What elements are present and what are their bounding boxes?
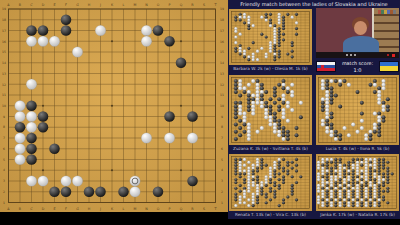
game-label-5: Janka K. 17k (w) - Natalia R. 17k (b)	[315, 212, 400, 218]
stone-w	[277, 133, 281, 137]
match-score-value: 1:0	[336, 67, 379, 73]
stone-b	[234, 18, 237, 21]
stone-b	[360, 184, 363, 187]
stone-b	[386, 178, 389, 181]
stone-w	[325, 115, 329, 119]
stone-w	[365, 172, 368, 175]
stone-b	[252, 204, 255, 207]
stone-w	[373, 192, 376, 195]
stone-w	[238, 104, 242, 108]
stone-w	[317, 195, 320, 198]
stone-w	[330, 178, 333, 181]
stone-b	[369, 169, 372, 172]
stone-b	[352, 169, 355, 172]
svg-text:6: 6	[3, 147, 5, 151]
stone-b	[360, 204, 363, 207]
stone-w	[256, 101, 260, 105]
stone-b	[343, 195, 346, 198]
stone-w	[273, 35, 276, 38]
stone-w	[352, 187, 355, 190]
stone-b	[273, 101, 277, 105]
stone-b	[234, 172, 237, 175]
stone-b	[330, 187, 333, 190]
stone-b	[273, 195, 276, 198]
stone-b	[326, 164, 329, 167]
stone-b	[334, 166, 337, 169]
stone-b	[282, 126, 286, 130]
stone-w	[243, 50, 246, 53]
stone-b	[330, 94, 334, 98]
stone-b	[282, 24, 285, 27]
stone-b	[256, 201, 259, 204]
stone-b	[369, 137, 373, 141]
stone-b	[278, 44, 281, 47]
stone-w	[373, 204, 376, 207]
svg-text:G: G	[76, 207, 79, 211]
stone-w	[251, 101, 255, 105]
stone-w	[269, 172, 272, 175]
stone-w	[321, 184, 324, 187]
stone-b	[326, 204, 329, 207]
stone-b	[282, 38, 285, 41]
stone-w	[273, 30, 276, 33]
stone-b	[273, 50, 276, 53]
stone-b	[321, 198, 324, 201]
stone-w	[330, 201, 333, 204]
stone-b	[252, 169, 255, 172]
stone-w	[26, 36, 37, 47]
stone-w	[256, 58, 259, 61]
stone-w	[373, 166, 376, 169]
stone-b	[343, 169, 346, 172]
stone-b	[334, 158, 337, 161]
stone-b	[234, 169, 237, 172]
svg-text:E: E	[53, 3, 55, 7]
stone-b	[252, 41, 255, 44]
stone-w	[141, 25, 152, 36]
stone-b	[360, 172, 363, 175]
stone-b	[369, 172, 372, 175]
stone-b	[377, 122, 381, 126]
stone-w	[252, 184, 255, 187]
stone-w	[282, 108, 286, 112]
stone-b	[256, 195, 259, 198]
stone-b	[286, 195, 289, 198]
stone-b	[256, 166, 259, 169]
goban-svg	[316, 75, 399, 145]
goban-svg	[229, 154, 312, 211]
mini-board-4	[229, 154, 312, 211]
stone-b	[239, 18, 242, 21]
stone-w	[269, 175, 272, 178]
stone-w	[369, 181, 372, 184]
stone-b	[273, 90, 277, 94]
stone-w	[356, 187, 359, 190]
stone-b	[295, 181, 298, 184]
goban-svg	[316, 154, 399, 211]
stone-b	[260, 97, 264, 101]
stone-b	[243, 172, 246, 175]
stone-b	[282, 130, 286, 134]
stone-b	[265, 35, 268, 38]
stone-b	[265, 201, 268, 204]
stone-w	[356, 190, 359, 193]
stone-w	[321, 79, 325, 83]
stone-b	[356, 175, 359, 178]
stone-w	[247, 137, 251, 141]
stone-w	[382, 104, 386, 108]
stone-b	[247, 58, 250, 61]
stone-w	[334, 137, 338, 141]
stone-b	[378, 187, 381, 190]
stone-b	[382, 164, 385, 167]
stone-w	[247, 172, 250, 175]
video-control-bar[interactable]	[316, 52, 399, 58]
stone-b	[382, 181, 385, 184]
stone-b	[369, 83, 373, 87]
stone-b	[260, 192, 263, 195]
stone-b	[273, 184, 276, 187]
stone-w	[369, 198, 372, 201]
svg-text:M: M	[134, 207, 137, 211]
stone-b	[277, 119, 281, 123]
svg-text:G: G	[76, 3, 79, 7]
stone-w	[317, 166, 320, 169]
stone-b	[260, 86, 264, 90]
stone-b	[256, 198, 259, 201]
stone-w	[356, 130, 360, 134]
stone-b	[299, 175, 302, 178]
stone-w	[260, 90, 264, 94]
stone-b	[373, 90, 377, 94]
books	[378, 10, 396, 14]
stone-b	[295, 164, 298, 167]
stone-w	[247, 175, 250, 178]
stone-b	[386, 181, 389, 184]
stone-b	[247, 94, 251, 98]
stone-w	[265, 55, 268, 58]
svg-text:F: F	[65, 3, 67, 7]
stone-b	[330, 166, 333, 169]
stone-w	[256, 187, 259, 190]
stone-b	[282, 86, 286, 90]
stone-b	[38, 122, 49, 133]
stone-b	[273, 181, 276, 184]
stone-b	[295, 133, 299, 137]
stone-w	[290, 108, 294, 112]
stone-b	[234, 50, 237, 53]
stone-b	[365, 184, 368, 187]
stone-w	[26, 122, 37, 133]
stone-b	[338, 137, 342, 141]
stone-w	[130, 186, 141, 197]
ukraine-flag	[379, 61, 399, 72]
stone-b	[326, 172, 329, 175]
stone-b	[343, 184, 346, 187]
stone-b	[334, 172, 337, 175]
stone-b	[243, 122, 247, 126]
stone-b	[352, 204, 355, 207]
stone-w	[234, 27, 237, 30]
game-label-1: Barbara W. 2k (w) - Olesia M. 1k (b)	[228, 66, 313, 72]
stone-w	[382, 86, 386, 90]
stone-b	[234, 137, 238, 141]
mini-board-3	[316, 75, 399, 145]
stone-b	[277, 97, 281, 101]
stone-b	[352, 201, 355, 204]
stone-b	[260, 33, 263, 36]
stone-b	[282, 101, 286, 105]
stone-b	[234, 192, 237, 195]
stone-b	[282, 133, 286, 137]
stone-b	[386, 104, 390, 108]
stone-w	[243, 115, 247, 119]
stop-icon[interactable]	[392, 54, 395, 57]
stone-b	[187, 111, 198, 122]
stone-w	[239, 50, 242, 53]
stone-b	[369, 166, 372, 169]
svg-text:4: 4	[3, 168, 5, 172]
svg-text:10: 10	[2, 104, 6, 108]
stone-b	[286, 169, 289, 172]
stone-w	[338, 79, 342, 83]
stone-b	[291, 192, 294, 195]
stone-w	[365, 175, 368, 178]
stone-w	[247, 122, 251, 126]
stone-w	[243, 52, 246, 55]
stone-b	[378, 169, 381, 172]
stone-w	[373, 195, 376, 198]
stone-w	[343, 178, 346, 181]
stone-b	[360, 178, 363, 181]
stone-w	[243, 169, 246, 172]
stone-b	[295, 126, 299, 130]
stone-w	[15, 100, 26, 111]
stone-b	[238, 101, 242, 105]
stone-w	[243, 13, 246, 16]
stone-b	[234, 108, 238, 112]
stone-w	[239, 47, 242, 50]
stone-b	[256, 79, 260, 83]
stone-w	[252, 181, 255, 184]
stone-w	[317, 164, 320, 167]
stone-b	[243, 21, 246, 24]
stone-w	[330, 192, 333, 195]
stone-b	[382, 115, 386, 119]
stone-b	[286, 172, 289, 175]
mini-board-5	[316, 154, 399, 211]
stone-w	[290, 90, 294, 94]
stone-w	[256, 158, 259, 161]
stone-b	[61, 14, 72, 25]
stone-w	[373, 164, 376, 167]
stone-w	[273, 38, 276, 41]
stone-b	[330, 90, 334, 94]
stone-b	[382, 101, 386, 105]
stone-b	[295, 33, 298, 36]
stone-b	[378, 201, 381, 204]
svg-text:13: 13	[220, 72, 224, 76]
stone-w	[365, 169, 368, 172]
stone-w	[321, 83, 325, 87]
stone-b	[282, 18, 285, 21]
stone-w	[356, 178, 359, 181]
stone-b	[238, 94, 242, 98]
stone-w	[269, 50, 272, 53]
match-score: match score: 1:0	[336, 61, 379, 73]
stone-w	[317, 190, 320, 193]
stone-b	[278, 187, 281, 190]
svg-text:Q: Q	[180, 207, 183, 211]
stone-b	[343, 190, 346, 193]
stone-b	[377, 130, 381, 134]
svg-text:15: 15	[220, 50, 224, 54]
stone-b	[347, 181, 350, 184]
stone-w	[243, 16, 246, 19]
stone-b	[382, 166, 385, 169]
stone-w	[265, 52, 268, 55]
svg-text:10: 10	[220, 104, 224, 108]
stone-w	[326, 158, 329, 161]
stone-b	[339, 198, 342, 201]
stone-b	[334, 204, 337, 207]
stone-b	[352, 184, 355, 187]
stone-w	[377, 94, 381, 98]
stone-b	[278, 55, 281, 58]
stone-w	[347, 195, 350, 198]
stone-w	[334, 175, 337, 178]
svg-text:3: 3	[3, 179, 5, 183]
stone-b	[382, 172, 385, 175]
stone-w	[239, 16, 242, 19]
stone-b	[239, 190, 242, 193]
stone-b	[273, 119, 277, 123]
stone-b	[343, 172, 346, 175]
stone-b	[234, 112, 238, 116]
stone-w	[365, 166, 368, 169]
stone-b	[234, 90, 238, 94]
stone-b	[343, 192, 346, 195]
stone-b	[260, 158, 263, 161]
stone-b	[378, 161, 381, 164]
stone-w	[251, 104, 255, 108]
stone-w	[347, 169, 350, 172]
stone-w	[265, 181, 268, 184]
stone-b	[26, 25, 37, 36]
stone-w	[239, 161, 242, 164]
stone-b	[356, 158, 359, 161]
stone-b	[330, 101, 334, 105]
stone-w	[373, 201, 376, 204]
stone-w	[252, 52, 255, 55]
stone-w	[343, 126, 347, 130]
match-score-label: match score:	[336, 61, 379, 67]
stone-w	[321, 195, 324, 198]
stone-b	[347, 198, 350, 201]
stone-b	[365, 181, 368, 184]
stone-w	[339, 201, 342, 204]
stone-w	[187, 133, 198, 144]
stone-b	[234, 115, 238, 119]
stone-w	[321, 190, 324, 193]
stone-b	[378, 158, 381, 161]
stone-w	[264, 115, 268, 119]
stone-b	[378, 195, 381, 198]
stone-b	[343, 164, 346, 167]
stone-b	[269, 190, 272, 193]
svg-text:18: 18	[2, 18, 6, 22]
stone-b	[247, 108, 251, 112]
stone-b	[365, 198, 368, 201]
stone-b	[238, 119, 242, 123]
record-icon[interactable]	[387, 54, 389, 56]
stone-w	[326, 181, 329, 184]
stone-w	[38, 176, 49, 187]
stone-b	[339, 161, 342, 164]
svg-text:12: 12	[2, 83, 6, 87]
stone-b	[278, 50, 281, 53]
stone-b	[264, 101, 268, 105]
stone-b	[282, 181, 285, 184]
control-dot-icon[interactable]	[350, 54, 352, 56]
control-dot-icon[interactable]	[346, 54, 348, 56]
stone-b	[352, 161, 355, 164]
stone-b	[382, 158, 385, 161]
stone-b	[360, 187, 363, 190]
stone-b	[369, 192, 372, 195]
control-dot-icon[interactable]	[354, 54, 356, 56]
stone-w	[251, 108, 255, 112]
stone-b	[360, 158, 363, 161]
stone-w	[265, 18, 268, 21]
stone-b	[273, 94, 277, 98]
stone-b	[278, 178, 281, 181]
stone-b	[15, 122, 26, 133]
stone-w	[352, 164, 355, 167]
stone-w	[260, 101, 264, 105]
stone-b	[243, 55, 246, 58]
stone-b	[386, 187, 389, 190]
stone-b	[386, 169, 389, 172]
stone-w	[247, 21, 250, 24]
stone-b	[286, 90, 290, 94]
stone-w	[247, 166, 250, 169]
stone-w	[321, 192, 324, 195]
stone-b	[278, 41, 281, 44]
stone-w	[49, 36, 60, 47]
stone-w	[239, 33, 242, 36]
stone-b	[386, 172, 389, 175]
stone-b	[286, 13, 289, 16]
stone-b	[49, 143, 60, 154]
stone-b	[61, 25, 72, 36]
stone-w	[273, 41, 276, 44]
stone-w	[321, 86, 325, 90]
stone-w	[347, 178, 350, 181]
stone-w	[347, 201, 350, 204]
stone-b	[378, 190, 381, 193]
stone-w	[256, 164, 259, 167]
stone-w	[317, 175, 320, 178]
stone-b	[339, 158, 342, 161]
stone-w	[243, 112, 247, 116]
stone-b	[265, 195, 268, 198]
stone-w	[239, 201, 242, 204]
stone-w	[317, 201, 320, 204]
stone-b	[234, 83, 238, 87]
svg-text:7: 7	[221, 136, 223, 140]
stone-b	[278, 184, 281, 187]
